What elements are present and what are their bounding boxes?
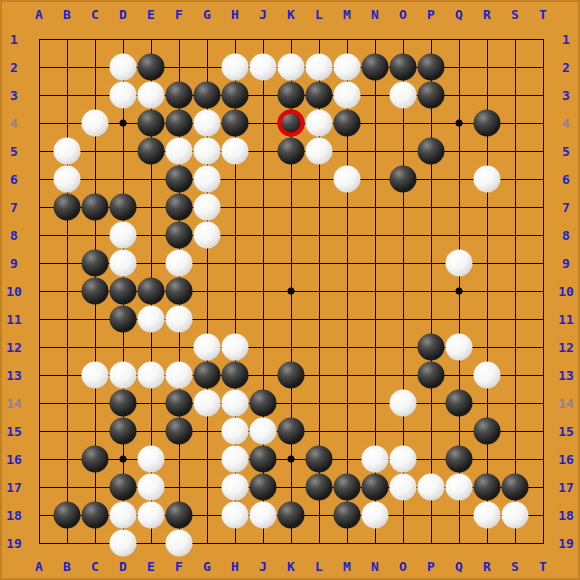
stone-white-G7 (194, 194, 221, 221)
stone-white-H2 (222, 54, 249, 81)
stone-white-F13 (166, 362, 193, 389)
stone-white-H15 (222, 418, 249, 445)
stone-black-L16 (306, 446, 333, 473)
stone-white-D13 (110, 362, 137, 389)
stone-white-D19 (110, 530, 137, 557)
stone-white-N18 (362, 502, 389, 529)
column-label-bottom-F: F (175, 560, 183, 573)
stone-white-E17 (138, 474, 165, 501)
stone-black-P5 (418, 138, 445, 165)
stone-white-D18 (110, 502, 137, 529)
stone-black-E5 (138, 138, 165, 165)
row-label-left-13: 13 (6, 369, 22, 382)
stone-black-F8 (166, 222, 193, 249)
row-label-right-13: 13 (558, 369, 574, 382)
column-label-bottom-G: G (203, 560, 211, 573)
stone-black-D10 (110, 278, 137, 305)
column-label-bottom-C: C (91, 560, 99, 573)
stone-black-K5 (278, 138, 305, 165)
stone-white-R18 (474, 502, 501, 529)
row-label-right-19: 19 (558, 537, 574, 550)
column-label-bottom-D: D (119, 560, 127, 573)
column-label-bottom-H: H (231, 560, 239, 573)
row-label-left-2: 2 (10, 61, 18, 74)
stone-white-R6 (474, 166, 501, 193)
stone-black-C7 (82, 194, 109, 221)
stone-white-F19 (166, 530, 193, 557)
row-label-left-10: 10 (6, 285, 22, 298)
row-label-right-6: 6 (562, 173, 570, 186)
row-label-right-15: 15 (558, 425, 574, 438)
stone-white-H16 (222, 446, 249, 473)
stone-black-B7 (54, 194, 81, 221)
column-label-bottom-R: R (483, 560, 491, 573)
column-label-top-F: F (175, 8, 183, 21)
stone-white-H17 (222, 474, 249, 501)
column-label-top-O: O (399, 8, 407, 21)
stone-black-O2 (390, 54, 417, 81)
column-label-top-H: H (231, 8, 239, 21)
stone-white-M2 (334, 54, 361, 81)
column-label-bottom-K: K (287, 560, 295, 573)
column-label-top-A: A (35, 8, 43, 21)
row-label-right-12: 12 (558, 341, 574, 354)
row-label-left-8: 8 (10, 229, 18, 242)
stone-white-H5 (222, 138, 249, 165)
row-label-right-2: 2 (562, 61, 570, 74)
stone-white-B6 (54, 166, 81, 193)
stone-white-G8 (194, 222, 221, 249)
stone-black-D7 (110, 194, 137, 221)
column-label-bottom-O: O (399, 560, 407, 573)
stone-black-F3 (166, 82, 193, 109)
column-label-top-G: G (203, 8, 211, 21)
column-label-top-N: N (371, 8, 379, 21)
row-label-right-1: 1 (562, 33, 570, 46)
stone-white-C4 (82, 110, 109, 137)
row-label-right-18: 18 (558, 509, 574, 522)
stone-white-G6 (194, 166, 221, 193)
row-label-left-1: 1 (10, 33, 18, 46)
stone-black-R15 (474, 418, 501, 445)
stone-white-Q17 (446, 474, 473, 501)
column-label-top-Q: Q (455, 8, 463, 21)
row-label-right-3: 3 (562, 89, 570, 102)
stone-black-F7 (166, 194, 193, 221)
stone-white-S18 (502, 502, 529, 529)
star-point-K16 (288, 456, 295, 463)
row-label-left-7: 7 (10, 201, 18, 214)
stone-white-L5 (306, 138, 333, 165)
row-label-left-16: 16 (6, 453, 22, 466)
stone-white-G12 (194, 334, 221, 361)
stone-black-J14 (250, 390, 277, 417)
stone-black-M17 (334, 474, 361, 501)
stone-white-H14 (222, 390, 249, 417)
row-label-right-4: 4 (562, 117, 570, 130)
stone-white-M3 (334, 82, 361, 109)
stone-black-D14 (110, 390, 137, 417)
stone-black-N2 (362, 54, 389, 81)
stone-black-E2 (138, 54, 165, 81)
stone-white-Q9 (446, 250, 473, 277)
stone-white-L4 (306, 110, 333, 137)
column-label-top-E: E (147, 8, 155, 21)
stone-white-J15 (250, 418, 277, 445)
stone-white-O14 (390, 390, 417, 417)
row-label-left-4: 4 (10, 117, 18, 130)
row-label-left-3: 3 (10, 89, 18, 102)
row-label-left-15: 15 (6, 425, 22, 438)
stone-black-K3 (278, 82, 305, 109)
stone-black-K18 (278, 502, 305, 529)
column-label-top-C: C (91, 8, 99, 21)
column-label-top-B: B (63, 8, 71, 21)
stone-white-D2 (110, 54, 137, 81)
star-point-Q10 (456, 288, 463, 295)
stone-black-P3 (418, 82, 445, 109)
stone-black-D11 (110, 306, 137, 333)
stone-black-H3 (222, 82, 249, 109)
stone-black-L3 (306, 82, 333, 109)
stone-black-P2 (418, 54, 445, 81)
stone-white-C13 (82, 362, 109, 389)
column-label-top-S: S (511, 8, 519, 21)
stone-white-K2 (278, 54, 305, 81)
star-point-D4 (120, 120, 127, 127)
stone-black-D17 (110, 474, 137, 501)
row-label-right-17: 17 (558, 481, 574, 494)
star-point-D16 (120, 456, 127, 463)
stone-white-N16 (362, 446, 389, 473)
stone-white-E11 (138, 306, 165, 333)
stone-black-M4 (334, 110, 361, 137)
column-label-top-T: T (539, 8, 547, 21)
stone-black-R4 (474, 110, 501, 137)
row-label-right-9: 9 (562, 257, 570, 270)
stone-white-Q12 (446, 334, 473, 361)
column-label-bottom-P: P (427, 560, 435, 573)
stone-black-J17 (250, 474, 277, 501)
column-label-bottom-Q: Q (455, 560, 463, 573)
stone-black-J16 (250, 446, 277, 473)
column-label-top-M: M (343, 8, 351, 21)
stone-white-R13 (474, 362, 501, 389)
stone-white-E16 (138, 446, 165, 473)
column-label-top-R: R (483, 8, 491, 21)
stone-black-C16 (82, 446, 109, 473)
stone-black-G3 (194, 82, 221, 109)
column-label-top-P: P (427, 8, 435, 21)
row-label-right-8: 8 (562, 229, 570, 242)
column-label-bottom-J: J (259, 560, 267, 573)
stone-black-F18 (166, 502, 193, 529)
stone-white-G5 (194, 138, 221, 165)
row-label-left-12: 12 (6, 341, 22, 354)
row-label-right-7: 7 (562, 201, 570, 214)
row-label-left-11: 11 (6, 313, 22, 326)
star-point-Q4 (456, 120, 463, 127)
stone-black-D15 (110, 418, 137, 445)
stone-black-E10 (138, 278, 165, 305)
row-label-right-5: 5 (562, 145, 570, 158)
stone-white-G4 (194, 110, 221, 137)
stone-black-H13 (222, 362, 249, 389)
go-board-screenshot: AABBCCDDEEFFGGHHJJKKLLMMNNOOPPQQRRSSTT11… (0, 0, 580, 580)
stone-black-O6 (390, 166, 417, 193)
stone-white-D3 (110, 82, 137, 109)
stone-black-M18 (334, 502, 361, 529)
stone-white-D9 (110, 250, 137, 277)
stone-black-G13 (194, 362, 221, 389)
column-label-bottom-S: S (511, 560, 519, 573)
stone-white-F9 (166, 250, 193, 277)
stone-white-P17 (418, 474, 445, 501)
row-label-right-14: 14 (558, 397, 574, 410)
column-label-top-K: K (287, 8, 295, 21)
stone-black-L17 (306, 474, 333, 501)
row-label-left-18: 18 (6, 509, 22, 522)
stone-black-H4 (222, 110, 249, 137)
column-label-bottom-B: B (63, 560, 71, 573)
column-label-top-J: J (259, 8, 267, 21)
row-label-right-10: 10 (558, 285, 574, 298)
row-label-left-6: 6 (10, 173, 18, 186)
stone-white-J18 (250, 502, 277, 529)
stone-white-H12 (222, 334, 249, 361)
stone-black-R17 (474, 474, 501, 501)
row-label-left-14: 14 (6, 397, 22, 410)
star-point-K10 (288, 288, 295, 295)
stone-black-P13 (418, 362, 445, 389)
stone-white-F11 (166, 306, 193, 333)
stone-black-E4 (138, 110, 165, 137)
stone-white-E18 (138, 502, 165, 529)
stone-white-O17 (390, 474, 417, 501)
column-label-bottom-A: A (35, 560, 43, 573)
stone-white-G14 (194, 390, 221, 417)
stone-black-C18 (82, 502, 109, 529)
stone-white-L2 (306, 54, 333, 81)
stone-black-B18 (54, 502, 81, 529)
stone-black-N17 (362, 474, 389, 501)
row-label-right-11: 11 (558, 313, 574, 326)
row-label-left-19: 19 (6, 537, 22, 550)
column-label-bottom-M: M (343, 560, 351, 573)
stone-white-E3 (138, 82, 165, 109)
stone-black-Q16 (446, 446, 473, 473)
stone-black-S17 (502, 474, 529, 501)
stone-white-O3 (390, 82, 417, 109)
column-label-bottom-L: L (315, 560, 323, 573)
column-label-top-L: L (315, 8, 323, 21)
stone-black-Q14 (446, 390, 473, 417)
stone-black-F10 (166, 278, 193, 305)
stone-white-M6 (334, 166, 361, 193)
last-move-marker (278, 110, 305, 137)
stone-white-H18 (222, 502, 249, 529)
stone-black-C10 (82, 278, 109, 305)
column-label-bottom-E: E (147, 560, 155, 573)
stone-black-F14 (166, 390, 193, 417)
stone-black-C9 (82, 250, 109, 277)
row-label-left-5: 5 (10, 145, 18, 158)
row-label-left-17: 17 (6, 481, 22, 494)
column-label-bottom-N: N (371, 560, 379, 573)
column-label-top-D: D (119, 8, 127, 21)
stone-white-E13 (138, 362, 165, 389)
stone-black-F6 (166, 166, 193, 193)
stone-white-O16 (390, 446, 417, 473)
stone-black-F15 (166, 418, 193, 445)
stone-white-D8 (110, 222, 137, 249)
stone-black-K13 (278, 362, 305, 389)
stone-black-K15 (278, 418, 305, 445)
stone-white-F5 (166, 138, 193, 165)
stone-white-J2 (250, 54, 277, 81)
stone-black-P12 (418, 334, 445, 361)
stone-black-F4 (166, 110, 193, 137)
stone-white-B5 (54, 138, 81, 165)
row-label-left-9: 9 (10, 257, 18, 270)
row-label-right-16: 16 (558, 453, 574, 466)
column-label-bottom-T: T (539, 560, 547, 573)
